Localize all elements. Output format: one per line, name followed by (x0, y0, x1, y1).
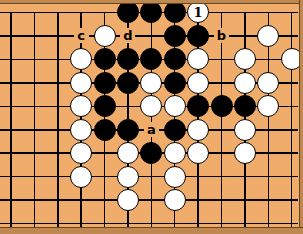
white-stone (164, 166, 186, 188)
white-stone (234, 48, 256, 70)
white-stone (94, 25, 116, 47)
black-stone (187, 95, 209, 117)
black-stone (164, 72, 186, 94)
black-stone (164, 119, 186, 141)
black-stone (211, 95, 233, 117)
grid-line-vertical (221, 12, 223, 228)
white-stone (117, 142, 139, 164)
black-stone (94, 48, 116, 70)
white-stone (234, 72, 256, 94)
black-stone (140, 48, 162, 70)
go-board-diagram: 1cdba (0, 0, 303, 234)
white-stone-move-1: 1 (187, 1, 209, 23)
white-stone (117, 189, 139, 211)
point-label-d: d (120, 28, 135, 43)
grid-line-horizontal (0, 223, 298, 225)
grid-line-horizontal (0, 35, 298, 37)
black-stone (117, 48, 139, 70)
white-stone (234, 142, 256, 164)
black-stone (117, 1, 139, 23)
white-stone (164, 189, 186, 211)
frame-bottom-band (0, 228, 303, 234)
white-stone (140, 95, 162, 117)
black-stone (164, 25, 186, 47)
white-stone (187, 72, 209, 94)
point-label-b: b (214, 28, 229, 43)
white-stone (187, 48, 209, 70)
white-stone (164, 142, 186, 164)
black-stone (164, 48, 186, 70)
black-stone (94, 72, 116, 94)
black-stone (94, 119, 116, 141)
point-label-a: a (144, 122, 159, 137)
white-stone (70, 142, 92, 164)
grid-line-horizontal (0, 176, 298, 178)
black-stone (140, 1, 162, 23)
black-stone (117, 72, 139, 94)
white-stone (234, 119, 256, 141)
white-stone (70, 48, 92, 70)
grid-line-vertical (291, 12, 293, 228)
black-stone (117, 119, 139, 141)
white-stone (70, 72, 92, 94)
black-stone (140, 142, 162, 164)
white-stone (257, 72, 279, 94)
grid-line-vertical (10, 12, 12, 228)
grid-line-vertical (151, 12, 153, 228)
point-label-c: c (74, 28, 89, 43)
grid-line-vertical (57, 12, 59, 228)
grid-line-vertical (34, 12, 36, 228)
white-stone (70, 166, 92, 188)
white-stone (187, 142, 209, 164)
black-stone (187, 25, 209, 47)
black-stone (234, 95, 256, 117)
frame-top-edge-line (0, 3, 303, 4)
black-stone (164, 1, 186, 23)
frame-right-band (300, 0, 303, 234)
white-stone (257, 25, 279, 47)
white-stone (117, 166, 139, 188)
white-stone (140, 72, 162, 94)
white-stone (70, 119, 92, 141)
move-number: 1 (194, 5, 203, 19)
black-stone (94, 95, 116, 117)
go-board: 1cdba (0, 0, 303, 234)
grid-line-horizontal (0, 199, 298, 201)
white-stone (164, 95, 186, 117)
white-stone (257, 95, 279, 117)
white-stone (70, 95, 92, 117)
white-stone (187, 119, 209, 141)
